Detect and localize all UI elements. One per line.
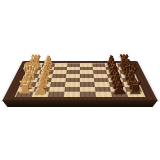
black-pawn: ♟ [107, 61, 119, 74]
white-pawn: ♟ [42, 57, 54, 70]
white-knight: ♞ [19, 74, 35, 91]
white-bishop: ♝ [21, 69, 37, 87]
black-pawn: ♟ [109, 68, 122, 82]
white-knight: ♞ [28, 56, 41, 71]
white-pawn: ♟ [38, 68, 51, 82]
white-pawn: ♟ [34, 80, 48, 96]
black-pawn: ♟ [110, 72, 123, 87]
black-rook: ♜ [118, 53, 130, 67]
black-pawn: ♟ [108, 64, 120, 78]
black-king: ♚ [119, 58, 138, 79]
black-pawn: ♟ [107, 57, 119, 70]
chess-set-photo: ♜♞♝♛♚♝♞♜♟♟♟♟♟♟♟♟♟♟♟♟♟♟♟♟♜♞♝♛♚♝♞♜ [0, 0, 160, 160]
white-rook: ♜ [30, 53, 42, 67]
black-bishop: ♝ [123, 69, 139, 87]
white-pawn: ♟ [39, 64, 51, 78]
white-queen: ♛ [22, 63, 39, 82]
black-pawn: ♟ [112, 80, 126, 96]
white-pawn: ♟ [41, 61, 53, 74]
black-pawn: ♟ [106, 54, 117, 67]
white-king: ♚ [22, 58, 41, 79]
black-rook: ♜ [128, 79, 143, 96]
white-pawn: ♟ [37, 72, 50, 87]
black-pawn: ♟ [111, 76, 125, 91]
white-pawn: ♟ [43, 54, 54, 67]
white-bishop: ♝ [26, 58, 41, 74]
white-pawn: ♟ [35, 76, 49, 91]
black-bishop: ♝ [119, 58, 134, 74]
white-rook: ♜ [17, 79, 32, 96]
black-queen: ♛ [121, 63, 138, 82]
pieces-layer: ♜♞♝♛♚♝♞♜♟♟♟♟♟♟♟♟♟♟♟♟♟♟♟♟♜♞♝♛♚♝♞♜ [0, 0, 160, 160]
black-knight: ♞ [125, 74, 141, 91]
black-knight: ♞ [119, 56, 132, 71]
